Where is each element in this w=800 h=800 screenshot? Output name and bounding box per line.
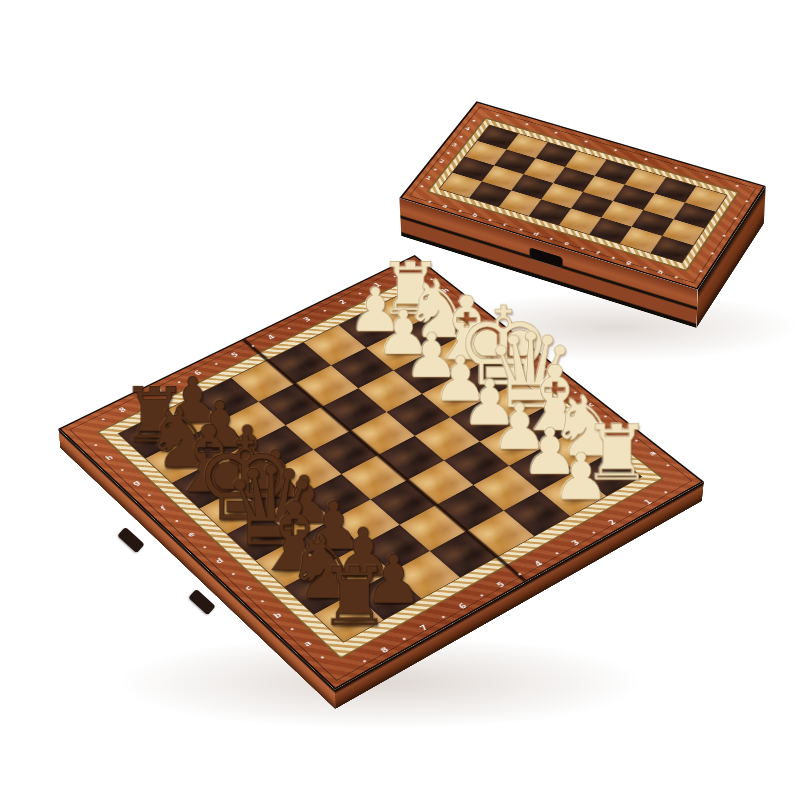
coordinate-label: 4	[533, 559, 545, 567]
inlay-dot	[628, 511, 632, 514]
inlay-dot	[393, 275, 397, 277]
coordinate-label: f	[595, 250, 601, 256]
inlay-dot	[519, 228, 523, 231]
coordinate-label: e	[185, 530, 196, 538]
coordinate-label: g	[625, 259, 633, 265]
inlay-dot	[446, 152, 450, 154]
coordinate-label: f	[497, 332, 506, 338]
inlay-dot	[458, 210, 462, 213]
inlay-dot	[643, 266, 647, 269]
coordinate-label: a	[301, 639, 313, 648]
box-square	[589, 218, 631, 244]
coordinate-label: d	[213, 556, 225, 565]
coordinate-label: 1	[372, 282, 382, 289]
coordinate-label: 7	[418, 623, 430, 632]
coordinate-label: f	[158, 504, 167, 511]
coordinate-label: g	[130, 478, 141, 486]
coordinate-label: h	[104, 454, 115, 462]
box-square	[620, 227, 662, 253]
inlay-dot	[430, 278, 434, 280]
inlay-dot	[459, 136, 463, 138]
box-square	[529, 199, 571, 225]
inlay-dot	[486, 322, 490, 325]
open-chess-board: 8877665544332211hhggffeeddccbbaa♜♞♝♛♚♝♞♜…	[58, 255, 704, 690]
inlay-dot	[699, 270, 703, 273]
inlay-dot	[722, 234, 726, 237]
inlay-dot	[514, 345, 518, 348]
coordinate-label: c	[502, 222, 509, 228]
inlay-dot	[231, 572, 235, 575]
inlay-dot	[441, 615, 445, 618]
inlay-dot	[480, 594, 484, 597]
inlay-dot	[177, 381, 181, 384]
inlay-dot	[543, 368, 547, 371]
inlay-dot	[584, 140, 588, 142]
inlay-dot	[525, 123, 529, 125]
box-square	[643, 194, 685, 220]
inlay-dot	[433, 168, 437, 171]
inlay-dot	[734, 217, 738, 220]
inlay-dot	[287, 327, 291, 330]
inlay-dot	[704, 176, 708, 179]
inlay-dot	[140, 399, 144, 402]
coordinate-label: 2	[606, 518, 618, 526]
inlay-dot	[495, 114, 499, 116]
inlay-dot	[674, 167, 678, 170]
open-board-face: 8877665544332211hhggffeeddccbbaa♜♞♝♛♚♝♞♜…	[58, 255, 704, 690]
inlay-dot	[555, 552, 559, 555]
coordinate-label: a	[441, 203, 449, 209]
coordinate-label: 6	[193, 369, 204, 376]
inlay-dot	[711, 252, 715, 255]
inlay-dot	[214, 363, 218, 366]
inlay-dot	[402, 637, 407, 640]
inlay-dot	[472, 119, 476, 121]
inlay-dot	[666, 464, 670, 467]
inlay-dot	[175, 520, 179, 523]
inlay-dot	[488, 219, 492, 222]
coordinate-label: 4	[266, 333, 277, 340]
inlay-dot	[554, 131, 558, 133]
inlay-dot	[674, 276, 678, 279]
coordinate-label: 1	[425, 175, 433, 181]
coordinate-label: a	[646, 449, 657, 457]
coordinate-label: 3	[451, 142, 459, 148]
coordinate-label: e	[563, 240, 571, 246]
inlay-dot	[592, 531, 596, 534]
box-square	[559, 208, 601, 234]
box-square	[601, 201, 643, 227]
coordinate-label: 2	[438, 158, 446, 164]
coordinate-label: h	[656, 269, 664, 275]
inlay-dot	[580, 247, 584, 250]
inlay-dot	[420, 185, 424, 188]
inlay-dot	[320, 656, 325, 659]
coordinate-label: 2	[337, 299, 347, 306]
inlay-dot	[260, 600, 264, 603]
inlay-dot	[603, 415, 607, 418]
square-b4	[436, 485, 503, 530]
box-square	[674, 203, 716, 229]
inlay-dot	[101, 418, 105, 421]
latch-icon	[530, 247, 563, 268]
coordinate-label: e	[525, 354, 536, 361]
coordinate-label: d	[555, 377, 566, 385]
box-square	[499, 190, 541, 215]
inlay-dot	[94, 444, 98, 447]
inlay-dot	[735, 185, 739, 188]
coordinate-label: b	[471, 212, 479, 218]
chess-set-product-photo: abcdefgh1234 8877665544332211hhggffeeddc…	[0, 0, 800, 800]
coordinate-label: b	[271, 611, 283, 620]
inlay-dot	[614, 149, 618, 151]
inlay-dot	[120, 469, 124, 472]
hinge-tab-icon	[117, 527, 144, 553]
inlay-dot	[573, 391, 577, 394]
coordinate-label: 5	[230, 351, 241, 358]
box-square	[632, 210, 674, 236]
inlay-dot	[323, 309, 327, 312]
inlay-dot	[664, 491, 668, 494]
coordinate-label: 5	[495, 580, 507, 589]
box-square	[651, 236, 693, 262]
inlay-dot	[147, 494, 151, 497]
coordinate-label: b	[615, 425, 626, 433]
coordinate-label: h	[440, 287, 451, 294]
hinge-tab-icon	[188, 589, 215, 615]
coordinate-label: 1	[642, 498, 654, 506]
inlay-dot	[358, 292, 362, 294]
inlay-dot	[457, 300, 461, 303]
inlay-dot	[644, 158, 648, 160]
coordinate-label: 3	[570, 539, 582, 547]
coordinate-label: 3	[302, 316, 312, 323]
square-c5	[370, 480, 436, 525]
inlay-dot	[549, 238, 553, 241]
square-d5	[341, 455, 407, 499]
closed-chess-box: abcdefgh1234	[399, 101, 765, 289]
inlay-dot	[362, 660, 367, 663]
inlay-dot	[428, 200, 432, 203]
inlay-dot	[745, 200, 749, 203]
inlay-dot	[290, 628, 294, 631]
coordinate-label: 6	[457, 602, 469, 611]
box-square	[571, 192, 613, 218]
coordinate-label: 8	[379, 646, 391, 655]
coordinate-label: d	[532, 231, 540, 237]
square-b5	[399, 505, 466, 551]
inlay-dot	[634, 439, 638, 442]
coordinate-label: 7	[155, 388, 166, 395]
box-square	[662, 219, 704, 245]
inlay-dot	[203, 546, 207, 549]
coordinate-label: c	[585, 401, 595, 408]
coordinate-label: g	[468, 309, 479, 316]
coordinate-label: 4	[464, 126, 472, 132]
inlay-dot	[611, 257, 615, 260]
coordinate-label: c	[243, 583, 254, 591]
coordinate-label: 8	[117, 406, 128, 414]
